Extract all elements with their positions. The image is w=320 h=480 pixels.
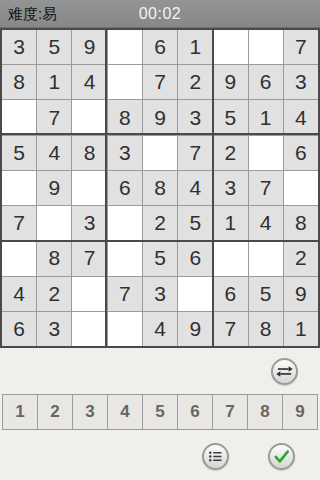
pad-key-2[interactable]: 2 <box>38 395 72 429</box>
cell-r8c2[interactable]: 2 <box>37 277 71 311</box>
cell-r7c4[interactable] <box>108 241 142 275</box>
check-solution-button[interactable] <box>268 443 295 470</box>
cell-r1c9[interactable]: 7 <box>284 30 318 64</box>
cell-r4c1[interactable]: 5 <box>2 136 36 170</box>
cell-r1c4[interactable] <box>108 30 142 64</box>
cell-r7c8[interactable] <box>249 241 283 275</box>
box-divider-vertical-1 <box>105 30 107 346</box>
cell-r5c7[interactable]: 3 <box>213 171 247 205</box>
cell-r8c7[interactable]: 6 <box>213 277 247 311</box>
cell-r6c2[interactable] <box>37 206 71 240</box>
cell-r7c2[interactable]: 8 <box>37 241 71 275</box>
cell-r4c8[interactable] <box>249 136 283 170</box>
cell-r7c6[interactable]: 6 <box>178 241 212 275</box>
pad-key-3[interactable]: 3 <box>73 395 107 429</box>
cell-r2c6[interactable]: 2 <box>178 65 212 99</box>
cell-r9c1[interactable]: 6 <box>2 312 36 346</box>
cell-r7c3[interactable]: 7 <box>72 241 106 275</box>
cell-r1c1[interactable]: 3 <box>2 30 36 64</box>
cell-r8c4[interactable]: 7 <box>108 277 142 311</box>
cell-r9c8[interactable]: 8 <box>249 312 283 346</box>
sudoku-board: 3596178147296378935145483726968437732514… <box>0 28 320 348</box>
cell-r3c2[interactable]: 7 <box>37 100 71 134</box>
cell-r4c5[interactable] <box>143 136 177 170</box>
cell-r3c8[interactable]: 1 <box>249 100 283 134</box>
cell-r9c7[interactable]: 7 <box>213 312 247 346</box>
input-mode-swap-button[interactable] <box>271 358 298 385</box>
cell-r7c1[interactable] <box>2 241 36 275</box>
cell-r5c6[interactable]: 4 <box>178 171 212 205</box>
cell-r7c7[interactable] <box>213 241 247 275</box>
cell-r2c7[interactable]: 9 <box>213 65 247 99</box>
pad-key-9[interactable]: 9 <box>283 395 317 429</box>
cell-r4c9[interactable]: 6 <box>284 136 318 170</box>
cell-r2c8[interactable]: 6 <box>249 65 283 99</box>
sudoku-app-screen: 难度:易 00:02 35961781472963789351454837269… <box>0 0 320 480</box>
cell-r5c1[interactable] <box>2 171 36 205</box>
pad-key-6[interactable]: 6 <box>178 395 212 429</box>
cell-r8c9[interactable]: 9 <box>284 277 318 311</box>
check-icon <box>270 445 293 468</box>
cell-r5c9[interactable] <box>284 171 318 205</box>
cell-r6c4[interactable] <box>108 206 142 240</box>
cell-r3c5[interactable]: 9 <box>143 100 177 134</box>
cell-r2c4[interactable] <box>108 65 142 99</box>
cell-r7c9[interactable]: 2 <box>284 241 318 275</box>
swap-arrows-icon <box>273 360 296 383</box>
cell-r1c8[interactable] <box>249 30 283 64</box>
pad-key-1[interactable]: 1 <box>3 395 37 429</box>
cell-r3c9[interactable]: 4 <box>284 100 318 134</box>
cell-r2c9[interactable]: 3 <box>284 65 318 99</box>
pad-key-4[interactable]: 4 <box>108 395 142 429</box>
cell-r3c3[interactable] <box>72 100 106 134</box>
cell-r9c5[interactable]: 4 <box>143 312 177 346</box>
cell-r6c1[interactable]: 7 <box>2 206 36 240</box>
cell-r8c6[interactable] <box>178 277 212 311</box>
cell-r3c1[interactable] <box>2 100 36 134</box>
cell-r5c2[interactable]: 9 <box>37 171 71 205</box>
cell-r9c3[interactable] <box>72 312 106 346</box>
cell-r2c3[interactable]: 4 <box>72 65 106 99</box>
cell-r9c2[interactable]: 3 <box>37 312 71 346</box>
cell-r1c5[interactable]: 6 <box>143 30 177 64</box>
cell-r9c4[interactable] <box>108 312 142 346</box>
pad-key-7[interactable]: 7 <box>213 395 247 429</box>
cell-r5c5[interactable]: 8 <box>143 171 177 205</box>
cell-r6c5[interactable]: 2 <box>143 206 177 240</box>
cell-r8c1[interactable]: 4 <box>2 277 36 311</box>
box-divider-vertical-2 <box>212 30 214 346</box>
cell-r4c2[interactable]: 4 <box>37 136 71 170</box>
cell-r6c7[interactable]: 1 <box>213 206 247 240</box>
cell-r3c7[interactable]: 5 <box>213 100 247 134</box>
cell-r3c4[interactable]: 8 <box>108 100 142 134</box>
cell-r4c4[interactable]: 3 <box>108 136 142 170</box>
cell-r4c7[interactable]: 2 <box>213 136 247 170</box>
cell-r8c3[interactable] <box>72 277 106 311</box>
header-bar: 难度:易 00:02 <box>0 0 320 28</box>
cell-r4c3[interactable]: 8 <box>72 136 106 170</box>
number-pad: 123456789 <box>2 394 318 430</box>
timer-label: 00:02 <box>0 0 320 28</box>
box-divider-horizontal-2 <box>2 240 318 242</box>
pad-key-8[interactable]: 8 <box>248 395 282 429</box>
cell-r6c9[interactable]: 8 <box>284 206 318 240</box>
cell-r3c6[interactable]: 3 <box>178 100 212 134</box>
cell-r1c3[interactable]: 9 <box>72 30 106 64</box>
cell-r6c3[interactable]: 3 <box>72 206 106 240</box>
notes-list-button[interactable] <box>202 443 229 470</box>
cell-r2c5[interactable]: 7 <box>143 65 177 99</box>
cell-r1c6[interactable]: 1 <box>178 30 212 64</box>
box-divider-horizontal-1 <box>2 133 318 135</box>
cell-r1c7[interactable] <box>213 30 247 64</box>
cell-r5c3[interactable] <box>72 171 106 205</box>
cell-r8c8[interactable]: 5 <box>249 277 283 311</box>
cell-r5c4[interactable]: 6 <box>108 171 142 205</box>
cell-r6c6[interactable]: 5 <box>178 206 212 240</box>
cell-r6c8[interactable]: 4 <box>249 206 283 240</box>
cell-r1c2[interactable]: 5 <box>37 30 71 64</box>
cell-r9c6[interactable]: 9 <box>178 312 212 346</box>
list-icon <box>205 446 226 467</box>
cell-r8c5[interactable]: 3 <box>143 277 177 311</box>
cell-r9c9[interactable]: 1 <box>284 312 318 346</box>
cell-r2c1[interactable]: 8 <box>2 65 36 99</box>
pad-key-5[interactable]: 5 <box>143 395 177 429</box>
cell-r4c6[interactable]: 7 <box>178 136 212 170</box>
cell-r7c5[interactable]: 5 <box>143 241 177 275</box>
cell-r2c2[interactable]: 1 <box>37 65 71 99</box>
cell-r5c8[interactable]: 7 <box>249 171 283 205</box>
